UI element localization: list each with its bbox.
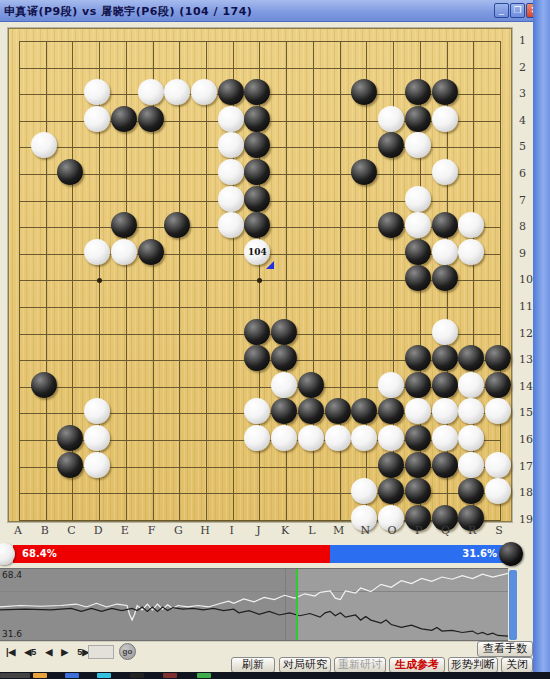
black-stone (57, 425, 83, 451)
white-stone (84, 398, 110, 424)
white-stone (218, 159, 244, 185)
column-label: M (333, 524, 344, 537)
white-stone (485, 478, 511, 504)
white-stone (218, 212, 244, 238)
white-stone (432, 106, 458, 132)
row-label: 8 (519, 220, 526, 233)
winrate-red-segment: 68.4% (13, 545, 330, 563)
winrate-graph[interactable]: 68.4 31.6 (0, 568, 508, 641)
winrate-blue-segment: 31.6% (330, 545, 503, 563)
column-label: N (361, 524, 371, 537)
black-stone (351, 79, 377, 105)
toolbar-button-2[interactable]: 重新研讨 (334, 657, 386, 673)
white-stone (458, 239, 484, 265)
black-stone (111, 106, 137, 132)
black-stone (244, 212, 270, 238)
white-stone (485, 452, 511, 478)
column-label: I (230, 524, 234, 537)
nav-arrow5-button[interactable]: ◀5 (22, 645, 38, 659)
black-stone (351, 398, 377, 424)
last-move-marker-icon (266, 261, 274, 269)
white-stone (218, 106, 244, 132)
white-stone (325, 425, 351, 451)
view-moves-button[interactable]: 查看手数 (477, 641, 533, 657)
white-stone (84, 452, 110, 478)
toolbar-button-4[interactable]: 形势判断 (448, 657, 498, 673)
nav-arrow-button[interactable]: ◀ (43, 645, 54, 659)
black-stone (244, 106, 270, 132)
column-label: G (174, 524, 183, 537)
black-stone-icon (499, 542, 523, 566)
go-review-window: 申真谞(P9段) vs 屠晓宇(P6段) (104 / 174) _ ❐ ✕ 1… (0, 0, 550, 679)
white-stone (405, 132, 431, 158)
toolbar-button-3[interactable]: 生成参考图 (389, 657, 445, 673)
column-label: S (495, 524, 503, 537)
black-stone (244, 186, 270, 212)
black-stone (485, 372, 511, 398)
app-icon-red[interactable] (163, 673, 177, 678)
window-title: 申真谞(P9段) vs 屠晓宇(P6段) (104 / 174) (4, 4, 252, 19)
white-stone (84, 239, 110, 265)
column-label: C (67, 524, 75, 537)
white-stone (378, 372, 404, 398)
black-stone (111, 212, 137, 238)
row-label: 12 (519, 326, 533, 339)
row-label: 19 (519, 512, 533, 525)
toolbar-button-0[interactable]: 刷新 (231, 657, 275, 673)
white-stone (405, 212, 431, 238)
black-line (0, 607, 508, 636)
column-label: P (415, 524, 422, 537)
black-stone (432, 452, 458, 478)
black-stone (458, 478, 484, 504)
white-stone (271, 425, 297, 451)
app-icon-green[interactable] (197, 673, 211, 678)
window-right-border (533, 0, 550, 672)
white-stone (84, 79, 110, 105)
nav-arrow-button[interactable]: |◀ (4, 645, 17, 659)
white-stone (432, 159, 458, 185)
row-label: 11 (519, 300, 533, 313)
column-label: F (148, 524, 156, 537)
black-stone (57, 159, 83, 185)
column-label: L (308, 524, 315, 537)
column-label: A (14, 524, 22, 537)
column-label: Q (441, 524, 450, 537)
row-label: 14 (519, 379, 533, 392)
black-stone (432, 265, 458, 291)
column-label: K (281, 524, 289, 537)
white-stone (485, 398, 511, 424)
row-label: 5 (519, 140, 526, 153)
winrate-bar: 68.4% 31.6% (0, 541, 533, 567)
white-stone (458, 372, 484, 398)
row-label: 13 (519, 353, 533, 366)
move-number-input[interactable] (88, 645, 114, 659)
black-stone (405, 345, 431, 371)
windows-taskbar[interactable] (0, 672, 550, 679)
white-stone (244, 425, 270, 451)
winrate-left-value: 68.4% (22, 548, 57, 559)
graph-scrollbar[interactable] (509, 570, 517, 640)
column-label: H (200, 524, 210, 537)
black-stone (378, 398, 404, 424)
white-stone (84, 106, 110, 132)
graph-top-label: 68.4 (2, 570, 22, 580)
go-button[interactable]: go (119, 643, 136, 660)
black-stone (244, 319, 270, 345)
row-label: 3 (519, 87, 526, 100)
winrate-curves (0, 569, 508, 642)
black-stone (432, 372, 458, 398)
white-stone (138, 79, 164, 105)
column-label: O (388, 524, 397, 537)
black-stone (405, 372, 431, 398)
black-stone (244, 345, 270, 371)
black-stone (271, 398, 297, 424)
nav-arrow-button[interactable]: ▶ (59, 645, 70, 659)
white-stone: 104 (244, 239, 270, 265)
black-stone (378, 478, 404, 504)
black-stone (405, 452, 431, 478)
hoshi-point (97, 278, 102, 283)
white-stone (432, 398, 458, 424)
toolbar-button-1[interactable]: 对局研究 (279, 657, 331, 673)
white-stone (458, 212, 484, 238)
black-stone (31, 372, 57, 398)
grid-line (19, 307, 501, 308)
white-stone (351, 425, 377, 451)
column-label: R (468, 524, 476, 537)
browser-icon[interactable] (65, 673, 79, 678)
white-stone (458, 398, 484, 424)
grid-line (500, 41, 501, 521)
restore-button[interactable]: ❐ (510, 3, 525, 18)
black-stone (271, 319, 297, 345)
black-stone (405, 478, 431, 504)
row-label: 16 (519, 433, 533, 446)
app-icon-dark[interactable] (130, 673, 144, 678)
white-stone (378, 425, 404, 451)
white-stone (405, 186, 431, 212)
black-stone (432, 345, 458, 371)
start-orb-icon[interactable] (0, 673, 30, 678)
row-label: 1 (519, 34, 526, 47)
black-stone (485, 345, 511, 371)
white-stone (378, 106, 404, 132)
row-label: 9 (519, 246, 526, 259)
black-stone (138, 106, 164, 132)
black-stone (458, 345, 484, 371)
black-stone (351, 159, 377, 185)
white-stone (298, 425, 324, 451)
black-stone (138, 239, 164, 265)
black-stone (405, 106, 431, 132)
black-stone (432, 212, 458, 238)
black-stone (405, 265, 431, 291)
white-stone (271, 372, 297, 398)
white-stone (432, 319, 458, 345)
white-stone (84, 425, 110, 451)
black-stone (405, 239, 431, 265)
winrate-right-value: 31.6% (462, 548, 497, 559)
board-row-labels: 12345678910111213141516171819 (513, 28, 533, 522)
black-stone (218, 79, 244, 105)
black-stone (378, 452, 404, 478)
white-stone (458, 452, 484, 478)
black-stone (164, 212, 190, 238)
black-stone (57, 452, 83, 478)
board-column-labels: ABCDEFGHIJKLMNOPQRS (8, 523, 512, 540)
messenger-icon[interactable] (97, 673, 111, 678)
white-stone (218, 186, 244, 212)
white-stone (432, 425, 458, 451)
row-label: 15 (519, 406, 533, 419)
toolbar-button-5[interactable]: 关闭 (501, 657, 533, 673)
control-bar: |◀◀5◀▶5▶▶| go 查看手数 刷新对局研究重新研讨生成参考图形势判断关闭 (0, 641, 533, 672)
hoshi-point (257, 278, 262, 283)
white-line (0, 573, 508, 620)
white-stone (111, 239, 137, 265)
row-label: 4 (519, 113, 526, 126)
black-stone (325, 398, 351, 424)
minimize-button[interactable]: _ (494, 3, 509, 18)
black-stone (244, 132, 270, 158)
row-label: 2 (519, 60, 526, 73)
white-stone (432, 239, 458, 265)
column-label: J (256, 524, 260, 537)
white-stone (405, 398, 431, 424)
graph-bottom-label: 31.6 (2, 629, 22, 639)
black-stone (378, 132, 404, 158)
go-board[interactable]: 104 (8, 28, 512, 522)
white-stone (244, 398, 270, 424)
row-label: 6 (519, 167, 526, 180)
title-bar[interactable]: 申真谞(P9段) vs 屠晓宇(P6段) (104 / 174) _ ❐ ✕ (0, 0, 550, 22)
column-label: D (94, 524, 103, 537)
black-stone (298, 398, 324, 424)
folder-icon[interactable] (33, 673, 47, 678)
column-label: E (121, 524, 129, 537)
black-stone (405, 425, 431, 451)
graph-move-cursor[interactable] (296, 569, 298, 640)
white-stone (164, 79, 190, 105)
column-label: B (41, 524, 49, 537)
black-stone (378, 212, 404, 238)
white-stone (458, 425, 484, 451)
row-label: 18 (519, 486, 533, 499)
black-stone (405, 79, 431, 105)
white-stone (31, 132, 57, 158)
row-label: 10 (519, 273, 533, 286)
black-stone (432, 79, 458, 105)
white-stone (351, 478, 377, 504)
black-stone (271, 345, 297, 371)
row-label: 7 (519, 193, 526, 206)
white-stone (191, 79, 217, 105)
black-stone (298, 372, 324, 398)
row-label: 17 (519, 459, 533, 472)
white-stone (218, 132, 244, 158)
black-stone (244, 79, 270, 105)
black-stone (244, 159, 270, 185)
